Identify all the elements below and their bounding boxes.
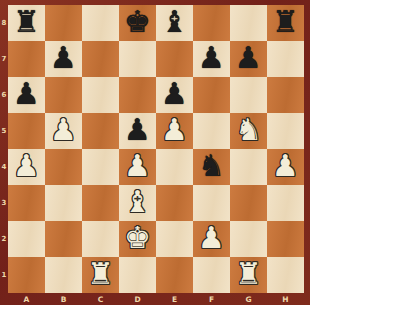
piece-black-pawn-d5[interactable]: ♟	[124, 113, 151, 148]
square-d4[interactable]: ♟	[119, 149, 156, 185]
piece-white-king-d2[interactable]: ♚	[124, 221, 151, 256]
square-h5[interactable]	[267, 113, 304, 149]
piece-black-pawn-b7[interactable]: ♟	[50, 41, 77, 76]
rank-label-4: 4	[0, 149, 8, 185]
piece-white-pawn-h4[interactable]: ♟	[272, 149, 299, 184]
square-g6[interactable]	[230, 77, 267, 113]
chess-board-frame: 87654321 ♜♚♝♜♟♟♟♟♟♟♟♟♞♟♟♞♟♝♚♟♜♜ ABCDEFGH	[0, 0, 310, 305]
chess-board: ♜♚♝♜♟♟♟♟♟♟♟♟♞♟♟♞♟♝♚♟♜♜	[8, 5, 304, 293]
piece-white-pawn-b5[interactable]: ♟	[50, 113, 77, 148]
square-b5[interactable]: ♟	[45, 113, 82, 149]
square-a8[interactable]: ♜	[8, 5, 45, 41]
square-c3[interactable]	[82, 185, 119, 221]
file-label-g: G	[230, 293, 267, 305]
square-g5[interactable]: ♞	[230, 113, 267, 149]
rank-label-3: 3	[0, 185, 8, 221]
square-e5[interactable]: ♟	[156, 113, 193, 149]
square-g3[interactable]	[230, 185, 267, 221]
piece-black-bishop-e8[interactable]: ♝	[161, 5, 188, 40]
square-h6[interactable]	[267, 77, 304, 113]
rank-label-7: 7	[0, 41, 8, 77]
square-d8[interactable]: ♚	[119, 5, 156, 41]
square-d1[interactable]	[119, 257, 156, 293]
square-f7[interactable]: ♟	[193, 41, 230, 77]
square-c5[interactable]	[82, 113, 119, 149]
square-a3[interactable]	[8, 185, 45, 221]
square-c6[interactable]	[82, 77, 119, 113]
square-f3[interactable]	[193, 185, 230, 221]
square-f5[interactable]	[193, 113, 230, 149]
rank-label-6: 6	[0, 77, 8, 113]
square-f6[interactable]	[193, 77, 230, 113]
file-label-d: D	[119, 293, 156, 305]
square-h8[interactable]: ♜	[267, 5, 304, 41]
piece-white-pawn-d4[interactable]: ♟	[124, 149, 151, 184]
file-label-f: F	[193, 293, 230, 305]
piece-black-pawn-f7[interactable]: ♟	[198, 41, 225, 76]
piece-black-rook-a8[interactable]: ♜	[13, 5, 40, 40]
piece-white-pawn-f2[interactable]: ♟	[198, 221, 225, 256]
square-d6[interactable]	[119, 77, 156, 113]
square-a4[interactable]: ♟	[8, 149, 45, 185]
file-label-a: A	[8, 293, 45, 305]
square-b3[interactable]	[45, 185, 82, 221]
square-c7[interactable]	[82, 41, 119, 77]
rank-labels: 87654321	[0, 5, 8, 293]
square-a5[interactable]	[8, 113, 45, 149]
square-e7[interactable]	[156, 41, 193, 77]
piece-black-rook-h8[interactable]: ♜	[272, 5, 299, 40]
square-c8[interactable]	[82, 5, 119, 41]
square-b1[interactable]	[45, 257, 82, 293]
square-c1[interactable]: ♜	[82, 257, 119, 293]
square-g2[interactable]	[230, 221, 267, 257]
square-c4[interactable]	[82, 149, 119, 185]
square-b6[interactable]	[45, 77, 82, 113]
piece-black-pawn-a6[interactable]: ♟	[13, 77, 40, 112]
piece-white-pawn-e5[interactable]: ♟	[161, 113, 188, 148]
square-e4[interactable]	[156, 149, 193, 185]
piece-black-pawn-g7[interactable]: ♟	[235, 41, 262, 76]
square-d3[interactable]: ♝	[119, 185, 156, 221]
piece-white-rook-c1[interactable]: ♜	[87, 257, 114, 292]
square-e2[interactable]	[156, 221, 193, 257]
rank-label-1: 1	[0, 257, 8, 293]
square-a1[interactable]	[8, 257, 45, 293]
page: 87654321 ♜♚♝♜♟♟♟♟♟♟♟♟♞♟♟♞♟♝♚♟♜♜ ABCDEFGH	[0, 0, 414, 311]
square-a7[interactable]	[8, 41, 45, 77]
square-h4[interactable]: ♟	[267, 149, 304, 185]
square-g4[interactable]	[230, 149, 267, 185]
square-b7[interactable]: ♟	[45, 41, 82, 77]
file-labels: ABCDEFGH	[8, 293, 304, 305]
square-f8[interactable]	[193, 5, 230, 41]
square-h2[interactable]	[267, 221, 304, 257]
square-a6[interactable]: ♟	[8, 77, 45, 113]
square-d2[interactable]: ♚	[119, 221, 156, 257]
square-g8[interactable]	[230, 5, 267, 41]
square-h7[interactable]	[267, 41, 304, 77]
square-d7[interactable]	[119, 41, 156, 77]
file-label-e: E	[156, 293, 193, 305]
square-a2[interactable]	[8, 221, 45, 257]
square-d5[interactable]: ♟	[119, 113, 156, 149]
square-g1[interactable]: ♜	[230, 257, 267, 293]
square-e3[interactable]	[156, 185, 193, 221]
square-f1[interactable]	[193, 257, 230, 293]
piece-black-pawn-e6[interactable]: ♟	[161, 77, 188, 112]
rank-label-5: 5	[0, 113, 8, 149]
square-c2[interactable]	[82, 221, 119, 257]
file-label-b: B	[45, 293, 82, 305]
square-b8[interactable]	[45, 5, 82, 41]
square-e8[interactable]: ♝	[156, 5, 193, 41]
piece-white-bishop-d3[interactable]: ♝	[124, 185, 151, 220]
piece-white-knight-g5[interactable]: ♞	[235, 113, 262, 148]
piece-black-king-d8[interactable]: ♚	[124, 5, 151, 40]
square-e6[interactable]: ♟	[156, 77, 193, 113]
rank-label-2: 2	[0, 221, 8, 257]
file-label-h: H	[267, 293, 304, 305]
square-h1[interactable]	[267, 257, 304, 293]
square-f4[interactable]: ♞	[193, 149, 230, 185]
square-h3[interactable]	[267, 185, 304, 221]
square-e1[interactable]	[156, 257, 193, 293]
square-g7[interactable]: ♟	[230, 41, 267, 77]
square-b2[interactable]	[45, 221, 82, 257]
piece-white-rook-g1[interactable]: ♜	[235, 257, 262, 292]
square-f2[interactable]: ♟	[193, 221, 230, 257]
piece-white-pawn-a4[interactable]: ♟	[13, 149, 40, 184]
file-label-c: C	[82, 293, 119, 305]
piece-black-knight-f4[interactable]: ♞	[198, 149, 225, 184]
rank-label-8: 8	[0, 5, 8, 41]
square-b4[interactable]	[45, 149, 82, 185]
